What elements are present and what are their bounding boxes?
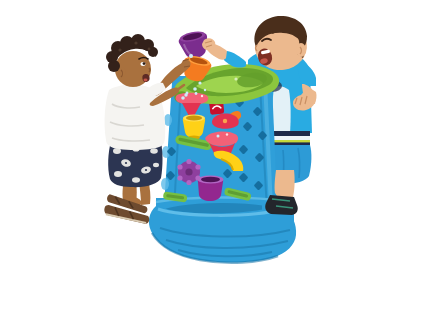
- wall-bump-1: [164, 114, 172, 126]
- boy-sandal: [265, 195, 298, 215]
- purple-bucket: [198, 176, 224, 202]
- wall-bump-3: [161, 178, 169, 190]
- tray-glint: [234, 77, 237, 80]
- hair-highlight-2: [134, 41, 137, 44]
- toddler-lip: [144, 79, 148, 82]
- scene-illustration: [0, 0, 423, 318]
- hair-highlight-3: [148, 48, 151, 51]
- product-photo: [0, 0, 423, 318]
- hair-highlight-1: [118, 48, 121, 51]
- boy-shirt-white-panel: [273, 86, 291, 133]
- toddler-eye: [143, 62, 146, 65]
